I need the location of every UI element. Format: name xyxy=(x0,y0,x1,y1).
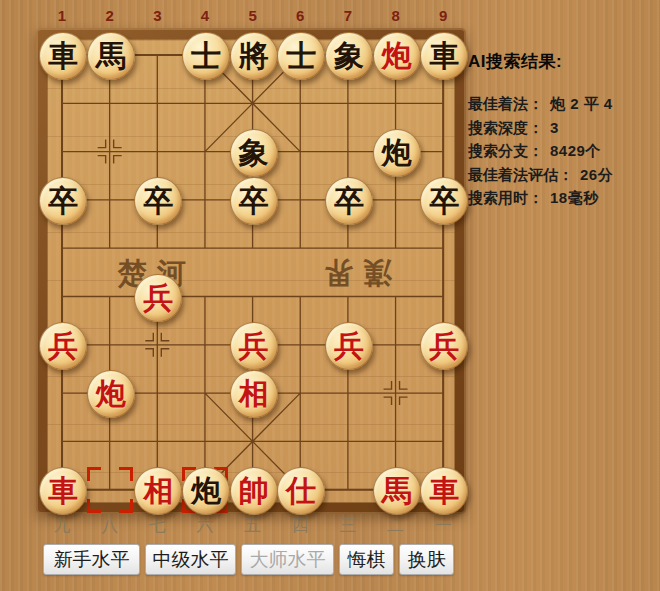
piece-black-soldier[interactable]: 卒 xyxy=(230,177,278,225)
piece-black-soldier[interactable]: 卒 xyxy=(420,177,468,225)
ai-result-value: 8429个 xyxy=(550,142,601,161)
undo-move-button[interactable]: 悔棋 xyxy=(339,544,394,575)
piece-black-soldier[interactable]: 卒 xyxy=(39,177,87,225)
piece-black-chariot[interactable]: 車 xyxy=(39,32,87,80)
piece-red-soldier[interactable]: 兵 xyxy=(230,322,278,370)
piece-black-cannon[interactable]: 炮 xyxy=(182,467,230,515)
file-label-bottom-6: 四 xyxy=(285,514,315,537)
piece-red-chariot[interactable]: 車 xyxy=(420,467,468,515)
piece-red-soldier[interactable]: 兵 xyxy=(325,322,373,370)
ai-result-label: 搜索分支： xyxy=(468,142,543,161)
piece-red-elephant[interactable]: 相 xyxy=(134,467,182,515)
piece-red-general[interactable]: 帥 xyxy=(230,467,278,515)
piece-black-general[interactable]: 將 xyxy=(230,32,278,80)
piece-black-advisor[interactable]: 士 xyxy=(182,32,230,80)
master-level-button[interactable]: 大师水平 xyxy=(241,544,334,575)
piece-black-advisor[interactable]: 士 xyxy=(277,32,325,80)
file-label-top-7: 7 xyxy=(333,7,363,24)
file-label-bottom-4: 六 xyxy=(190,514,220,537)
file-label-top-3: 3 xyxy=(142,7,172,24)
file-label-top-4: 4 xyxy=(190,7,220,24)
piece-black-chariot[interactable]: 車 xyxy=(420,32,468,80)
piece-black-elephant[interactable]: 象 xyxy=(230,129,278,177)
file-label-bottom-7: 三 xyxy=(333,514,363,537)
file-label-top-1: 1 xyxy=(47,7,77,24)
xiangqi-board[interactable]: 楚河 漢界 xyxy=(36,28,466,514)
piece-red-chariot[interactable]: 車 xyxy=(39,467,87,515)
ai-result-row-2: 搜索分支：8429个 xyxy=(468,142,658,166)
ai-result-label: 搜索深度： xyxy=(468,119,543,138)
ai-result-label: 搜索用时： xyxy=(468,189,543,208)
last-move-from-marker xyxy=(87,467,133,513)
river-label-hanjie: 漢界 xyxy=(298,255,418,291)
file-label-bottom-5: 五 xyxy=(238,514,268,537)
file-label-top-9: 9 xyxy=(428,7,458,24)
piece-black-cannon[interactable]: 炮 xyxy=(373,129,421,177)
file-label-bottom-9: 一 xyxy=(428,514,458,537)
piece-red-soldier[interactable]: 兵 xyxy=(420,322,468,370)
piece-black-soldier[interactable]: 卒 xyxy=(134,177,182,225)
xiangqi-app: 楚河 漢界 123456789九八七六五四三二一 車馬士將士象炮車象炮卒卒卒卒卒… xyxy=(0,0,660,591)
ai-panel-title: AI搜索结果: xyxy=(468,50,658,73)
file-label-top-6: 6 xyxy=(285,7,315,24)
ai-search-panel: AI搜索结果: 最佳着法：炮 2 平 4搜索深度：3搜索分支：8429个最佳着法… xyxy=(468,50,658,213)
file-label-bottom-1: 九 xyxy=(47,514,77,537)
piece-red-cannon[interactable]: 炮 xyxy=(87,370,135,418)
intermediate-level-button[interactable]: 中级水平 xyxy=(145,544,236,575)
ai-result-value: 3 xyxy=(550,119,559,136)
ai-result-row-3: 最佳着法评估：26分 xyxy=(468,166,658,190)
ai-result-row-4: 搜索用时：18毫秒 xyxy=(468,189,658,213)
file-label-top-2: 2 xyxy=(95,7,125,24)
piece-red-soldier[interactable]: 兵 xyxy=(134,274,182,322)
ai-result-value: 炮 2 平 4 xyxy=(550,95,613,114)
ai-result-value: 26分 xyxy=(580,166,613,185)
file-label-bottom-8: 二 xyxy=(381,514,411,537)
ai-result-label: 最佳着法： xyxy=(468,95,543,114)
piece-red-soldier[interactable]: 兵 xyxy=(39,322,87,370)
change-skin-button[interactable]: 换肤 xyxy=(399,544,454,575)
piece-red-horse[interactable]: 馬 xyxy=(373,467,421,515)
file-label-top-5: 5 xyxy=(238,7,268,24)
file-label-top-8: 8 xyxy=(381,7,411,24)
ai-result-row-0: 最佳着法：炮 2 平 4 xyxy=(468,95,658,119)
piece-red-elephant[interactable]: 相 xyxy=(230,370,278,418)
file-label-bottom-2: 八 xyxy=(95,514,125,537)
piece-black-soldier[interactable]: 卒 xyxy=(325,177,373,225)
piece-red-advisor[interactable]: 仕 xyxy=(277,467,325,515)
ai-result-row-1: 搜索深度：3 xyxy=(468,119,658,143)
novice-level-button[interactable]: 新手水平 xyxy=(43,544,140,575)
ai-result-value: 18毫秒 xyxy=(550,189,599,208)
ai-result-label: 最佳着法评估： xyxy=(468,166,573,185)
file-label-bottom-3: 七 xyxy=(142,514,172,537)
piece-black-horse[interactable]: 馬 xyxy=(87,32,135,80)
piece-red-cannon[interactable]: 炮 xyxy=(373,32,421,80)
piece-black-elephant[interactable]: 象 xyxy=(325,32,373,80)
